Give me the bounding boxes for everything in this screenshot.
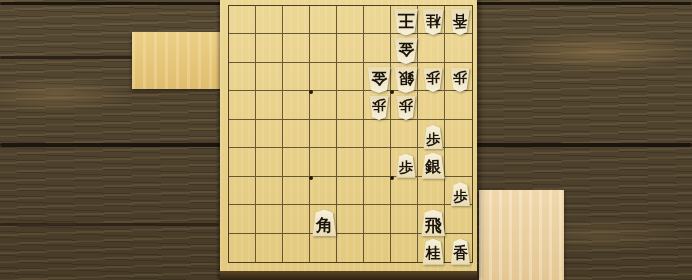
cell-1-8[interactable] (445, 205, 472, 233)
hoshi-dot (309, 90, 313, 94)
piece-kanji: 角 (312, 210, 337, 237)
cell-9-8[interactable] (229, 205, 256, 233)
piece-kanji: 銀 (394, 67, 418, 93)
cell-5-2[interactable] (337, 34, 364, 62)
cell-4-1[interactable] (364, 6, 391, 34)
piece-kanji: 香 (450, 9, 470, 35)
cell-9-9[interactable] (229, 234, 256, 262)
piece-kanji: 香 (450, 239, 470, 265)
cell-5-8[interactable] (337, 205, 364, 233)
cell-5-6[interactable] (337, 148, 364, 176)
cell-8-3[interactable] (256, 63, 283, 91)
piece-kanji: 金 (394, 38, 418, 64)
piece-kanji: 歩 (396, 96, 416, 120)
cell-8-2[interactable] (256, 34, 283, 62)
cell-8-9[interactable] (256, 234, 283, 262)
cell-6-2[interactable] (310, 34, 337, 62)
piece-kanji: 歩 (396, 154, 416, 178)
cell-9-5[interactable] (229, 120, 256, 148)
cell-6-5[interactable] (310, 120, 337, 148)
cell-7-4[interactable] (283, 91, 310, 119)
cell-9-2[interactable] (229, 34, 256, 62)
plank-seam (0, 223, 219, 226)
cell-1-6[interactable] (445, 148, 472, 176)
plank-seam (0, 56, 132, 59)
piece-gote-pawn[interactable]: 歩 (396, 96, 416, 120)
cell-5-5[interactable] (337, 120, 364, 148)
cell-2-7[interactable] (418, 177, 445, 205)
cell-8-1[interactable] (256, 6, 283, 34)
cell-9-6[interactable] (229, 148, 256, 176)
cell-6-7[interactable] (310, 177, 337, 205)
cell-7-3[interactable] (283, 63, 310, 91)
piece-kanji: 歩 (423, 68, 443, 92)
piece-sente-pawn[interactable]: 歩 (396, 154, 416, 178)
cell-2-2[interactable] (418, 34, 445, 62)
cell-6-3[interactable] (310, 63, 337, 91)
piece-gote-lance[interactable]: 香 (450, 9, 470, 35)
cell-6-9[interactable] (310, 234, 337, 262)
piece-sente-pawn[interactable]: 歩 (450, 182, 470, 206)
board-grid: 香桂王金金銀歩歩歩歩歩歩銀歩角飛桂香 (228, 5, 473, 263)
piece-kanji: 銀 (421, 153, 445, 179)
cell-4-8[interactable] (364, 205, 391, 233)
piece-sente-pawn[interactable]: 歩 (423, 125, 443, 149)
piece-sente-bishop[interactable]: 角 (312, 210, 337, 237)
piece-gote-pawn[interactable]: 歩 (423, 68, 443, 92)
cell-9-7[interactable] (229, 177, 256, 205)
cell-8-8[interactable] (256, 205, 283, 233)
cell-3-7[interactable] (391, 177, 418, 205)
piece-gote-pawn[interactable]: 歩 (450, 68, 470, 92)
cell-7-7[interactable] (283, 177, 310, 205)
cell-6-1[interactable] (310, 6, 337, 34)
cell-4-6[interactable] (364, 148, 391, 176)
piece-sente-silver[interactable]: 銀 (421, 153, 445, 179)
cell-1-4[interactable] (445, 91, 472, 119)
cell-3-8[interactable] (391, 205, 418, 233)
cell-6-6[interactable] (310, 148, 337, 176)
piece-gote-silver[interactable]: 銀 (394, 67, 418, 93)
cell-7-2[interactable] (283, 34, 310, 62)
cell-4-9[interactable] (364, 234, 391, 262)
piece-gote-pawn[interactable]: 歩 (369, 96, 389, 120)
cell-4-7[interactable] (364, 177, 391, 205)
cell-7-1[interactable] (283, 6, 310, 34)
cell-8-7[interactable] (256, 177, 283, 205)
cell-3-5[interactable] (391, 120, 418, 148)
piece-kanji: 桂 (422, 9, 444, 35)
cell-7-5[interactable] (283, 120, 310, 148)
cell-9-3[interactable] (229, 63, 256, 91)
cell-8-6[interactable] (256, 148, 283, 176)
cell-4-2[interactable] (364, 34, 391, 62)
gote-komadai[interactable] (132, 32, 226, 89)
cell-5-7[interactable] (337, 177, 364, 205)
cell-9-1[interactable] (229, 6, 256, 34)
piece-sente-knight[interactable]: 桂 (422, 239, 444, 265)
piece-gote-king[interactable]: 王 (393, 9, 418, 36)
piece-kanji: 歩 (450, 182, 470, 206)
cell-9-4[interactable] (229, 91, 256, 119)
piece-sente-rook[interactable]: 飛 (421, 210, 446, 237)
cell-1-5[interactable] (445, 120, 472, 148)
hoshi-dot (309, 176, 313, 180)
cell-1-2[interactable] (445, 34, 472, 62)
cell-4-5[interactable] (364, 120, 391, 148)
piece-gote-knight[interactable]: 桂 (422, 9, 444, 35)
cell-5-1[interactable] (337, 6, 364, 34)
sente-komadai[interactable] (479, 190, 564, 280)
shogi-diagram: 香桂王金金銀歩歩歩歩歩歩銀歩角飛桂香 (0, 0, 692, 280)
cell-7-6[interactable] (283, 148, 310, 176)
piece-kanji: 歩 (450, 68, 470, 92)
cell-7-9[interactable] (283, 234, 310, 262)
cell-3-9[interactable] (391, 234, 418, 262)
piece-sente-lance[interactable]: 香 (450, 239, 470, 265)
cell-5-3[interactable] (337, 63, 364, 91)
piece-kanji: 飛 (421, 210, 446, 237)
board-front-edge (220, 271, 477, 280)
hoshi-dot (390, 176, 394, 180)
piece-kanji: 歩 (423, 125, 443, 149)
piece-kanji: 王 (393, 9, 418, 36)
cell-6-4[interactable] (310, 91, 337, 119)
piece-kanji: 桂 (422, 239, 444, 265)
cell-5-4[interactable] (337, 91, 364, 119)
piece-gote-gold[interactable]: 金 (367, 67, 391, 93)
piece-kanji: 金 (367, 67, 391, 93)
cell-7-8[interactable] (283, 205, 310, 233)
cell-5-9[interactable] (337, 234, 364, 262)
shogi-board: 香桂王金金銀歩歩歩歩歩歩銀歩角飛桂香 (220, 0, 477, 280)
cell-8-5[interactable] (256, 120, 283, 148)
piece-kanji: 歩 (369, 96, 389, 120)
cell-2-4[interactable] (418, 91, 445, 119)
cell-8-4[interactable] (256, 91, 283, 119)
piece-gote-gold[interactable]: 金 (394, 38, 418, 64)
